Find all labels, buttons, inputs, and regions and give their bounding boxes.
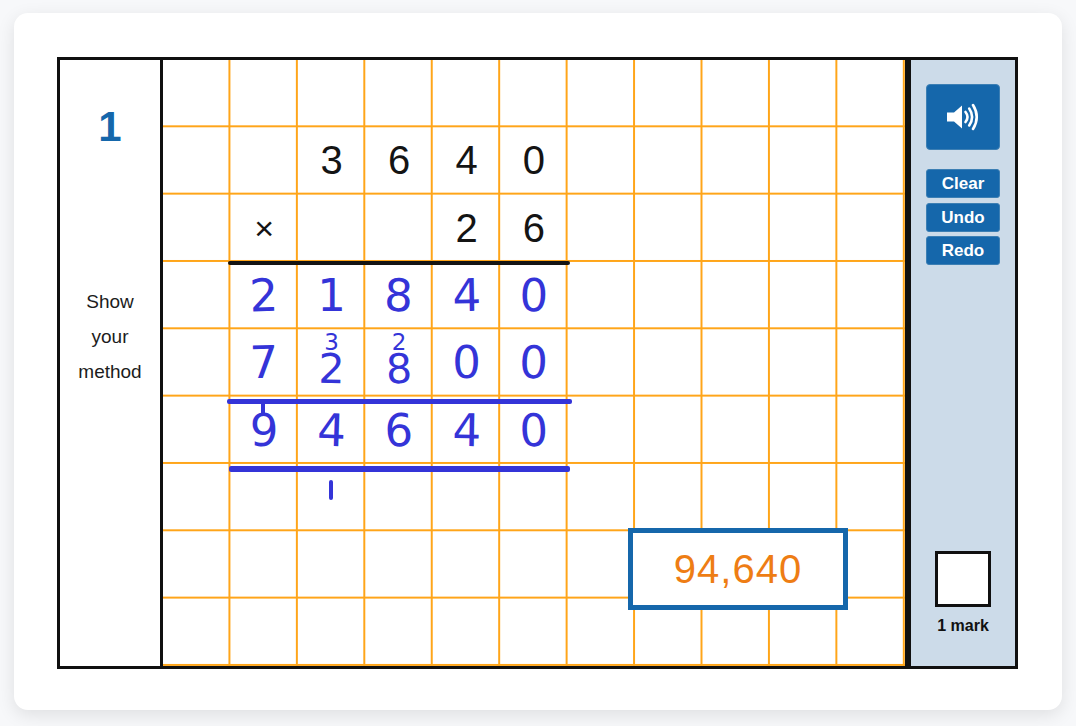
handwritten-digit: 7 [230,329,299,397]
answer-box[interactable]: 94,640 [628,528,848,610]
handwritten-digit: 4 [432,396,501,464]
printed-digit: 2 [433,195,500,262]
redo-button[interactable]: Redo [926,236,1000,265]
handwritten-digit: 6 [365,396,434,464]
quiz-card: 1 Show your method 94,640 3640×262184072… [14,13,1062,710]
mark-label: 1 mark [911,617,1015,635]
answer-value: 94,640 [674,547,802,592]
equals-line-printed [228,261,570,265]
handwritten-digit: 2 [229,261,299,331]
carry-digit: 2 [365,331,432,355]
handwritten-digit: 0 [499,328,569,398]
handwritten-digit: 0 [499,395,569,465]
handwritten-digit: 8 [364,261,434,331]
instruction-line-3: method [60,354,160,389]
hand-line-2 [229,466,570,472]
carry-digit: 3 [298,331,365,355]
printed-digit: 6 [500,195,567,262]
handwritten-digit: 0 [433,329,500,396]
question-label-column: 1 Show your method [60,60,163,666]
instruction-line-1: Show [60,284,160,319]
sidebar: Clear Undo Redo 1 mark [908,57,1018,669]
clear-button[interactable]: Clear [926,169,1000,198]
handwritten-digit: 4 [432,261,501,329]
printed-digit: 6 [365,127,432,194]
question-area: 1 Show your method 94,640 3640×262184072… [57,57,908,669]
audio-button[interactable] [926,84,1000,150]
printed-digit: 0 [500,127,567,194]
printed-digit: 3 [298,127,365,194]
undo-button[interactable]: Undo [926,203,1000,232]
speaker-icon [944,101,982,133]
question-number: 1 [60,106,160,148]
instruction-line-2: your [60,319,160,354]
carry-one-below-sum [329,480,333,500]
mark-checkbox [935,551,991,607]
printed-digit: × [230,195,297,262]
handwritten-digit: 0 [500,261,569,329]
instruction-text: Show your method [60,284,160,389]
grid-area[interactable]: 94,640 3640×2621840728009464032 [163,60,905,666]
printed-digit: 4 [433,127,500,194]
hand-line-1 [227,399,572,404]
handwritten-digit: 4 [297,395,367,465]
handwritten-digit: 1 [298,262,365,329]
